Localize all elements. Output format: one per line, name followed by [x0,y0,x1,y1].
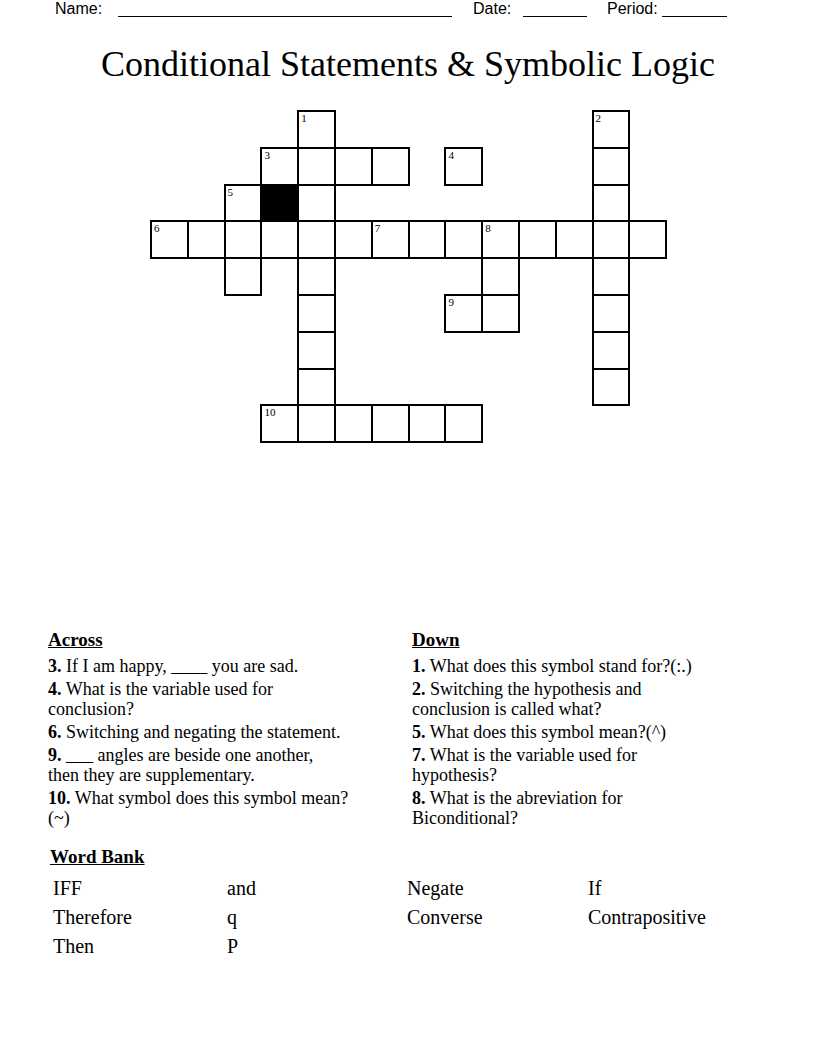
cell-number: 7 [375,223,381,234]
word-bank-item: Converse [407,903,483,932]
name-blank-line[interactable] [118,2,452,17]
down-section: Down 1. What does this symbol stand for?… [412,630,774,831]
grid-cell[interactable]: 8 [481,220,520,259]
grid-cell[interactable] [371,147,410,186]
down-clue: 7. What is the variable used forhypothes… [412,745,774,785]
grid-cell[interactable] [371,404,410,443]
grid-cell[interactable] [260,220,299,259]
down-clue: 2. Switching the hypothesis andconclusio… [412,679,774,719]
grid-cell[interactable] [297,404,336,443]
grid-cell[interactable]: 1 [297,110,336,149]
word-bank-item: and [227,874,256,903]
word-bank-item: Negate [407,874,483,903]
word-bank-heading: Word Bank [50,847,766,873]
clue-number: 4. [48,679,62,699]
clue-number: 1. [412,656,426,676]
across-clue: 4. What is the variable used forconclusi… [48,679,410,719]
clue-number: 10. [48,788,71,808]
word-bank-item: P [227,932,256,961]
grid-cell[interactable] [334,220,373,259]
grid-cell[interactable]: 7 [371,220,410,259]
down-heading: Down [412,630,774,656]
word-bank-item: Therefore [53,903,132,932]
page-title: Conditional Statements & Symbolic Logic [0,43,816,85]
name-label: Name: [55,1,102,17]
grid-cell[interactable]: 9 [444,294,483,333]
cell-number: 8 [485,223,491,234]
cell-number: 9 [448,297,454,308]
clue-number: 3. [48,656,62,676]
across-clue-line: 4. What is the variable used for [48,679,410,699]
cell-number: 4 [448,150,454,161]
cell-number: 2 [596,113,602,124]
grid-cell[interactable] [297,257,336,296]
across-clue-line: conclusion? [48,699,410,719]
grid-cell[interactable] [481,294,520,333]
grid-cell[interactable] [444,220,483,259]
grid-cell[interactable] [187,220,226,259]
grid-cell[interactable] [592,184,631,223]
grid-cell[interactable] [297,184,336,223]
grid-cell[interactable]: 4 [444,147,483,186]
grid-cell[interactable] [592,257,631,296]
grid-cell[interactable] [297,147,336,186]
grid-cell[interactable] [481,257,520,296]
across-clue-line: (~) [48,808,410,828]
across-heading: Across [48,630,410,656]
grid-cell[interactable]: 10 [260,404,299,443]
grid-cell[interactable] [334,147,373,186]
down-clue-line: 8. What is the abreviation for [412,788,774,808]
down-clue-list: 1. What does this symbol stand for?(:.)2… [412,656,774,828]
down-clue: 5. What does this symbol mean?(^) [412,722,774,742]
grid-cell[interactable] [628,220,667,259]
grid-cell[interactable] [408,220,447,259]
word-bank-column: IfContrapositive [588,874,706,932]
cell-number: 5 [228,187,234,198]
across-clue-line: 10. What symbol does this symbol mean? [48,788,410,808]
cell-number: 1 [301,113,307,124]
across-clue-line: 3. If I am happy, ____ you are sad. [48,656,410,676]
grid-cell[interactable] [555,220,594,259]
cell-number: 10 [264,407,275,418]
word-bank-column: IFFThereforeThen [53,874,132,961]
across-section: Across 3. If I am happy, ____ you are sa… [48,630,410,831]
clue-number: 7. [412,745,426,765]
across-clue: 3. If I am happy, ____ you are sad. [48,656,410,676]
down-clue-line: 2. Switching the hypothesis and [412,679,774,699]
date-blank-line[interactable] [523,2,587,17]
clue-number: 6. [48,722,62,742]
grid-cell[interactable] [592,331,631,370]
grid-cell[interactable] [592,368,631,407]
word-bank-item: Then [53,932,132,961]
grid-cell[interactable]: 3 [260,147,299,186]
grid-cell[interactable] [297,220,336,259]
down-clue-line: Biconditional? [412,808,774,828]
across-clue-line: then they are supplementary. [48,765,410,785]
down-clue-line: conclusion is called what? [412,699,774,719]
across-clue-line: 9. ___ angles are beside one another, [48,745,410,765]
down-clue-line: 1. What does this symbol stand for?(:.) [412,656,774,676]
across-clue-list: 3. If I am happy, ____ you are sad.4. Wh… [48,656,410,828]
across-clue-line: 6. Switching and negating the statement. [48,722,410,742]
across-clue: 10. What symbol does this symbol mean?(~… [48,788,410,828]
grid-cell[interactable] [592,294,631,333]
clue-number: 5. [412,722,426,742]
across-clue: 6. Switching and negating the statement. [48,722,410,742]
grid-cell[interactable]: 2 [592,110,631,149]
grid-cell[interactable] [444,404,483,443]
grid-cell[interactable] [408,404,447,443]
grid-cell[interactable] [334,404,373,443]
clue-number: 8. [412,788,426,808]
grid-cell[interactable] [518,220,557,259]
down-clue: 8. What is the abreviation forBiconditio… [412,788,774,828]
down-clue-line: 5. What does this symbol mean?(^) [412,722,774,742]
crossword-grid: 12345678910 [150,110,668,445]
period-label: Period: [607,1,658,17]
grid-cell[interactable] [297,294,336,333]
clue-number: 2. [412,679,426,699]
word-bank-column: NegateConverse [407,874,483,932]
word-bank-item: q [227,903,256,932]
down-clue-line: hypothesis? [412,765,774,785]
word-bank-section: Word Bank IFFThereforeThenandqPNegateCon… [50,847,766,967]
word-bank-item: Contrapositive [588,903,706,932]
down-clue: 1. What does this symbol stand for?(:.) [412,656,774,676]
grid-cell[interactable] [224,220,263,259]
word-bank-item: If [588,874,706,903]
word-bank-item: IFF [53,874,132,903]
grid-cell[interactable] [224,257,263,296]
date-label: Date: [473,1,511,17]
grid-cell[interactable] [297,331,336,370]
word-bank-column: andqP [227,874,256,961]
grid-cell[interactable]: 6 [150,220,189,259]
grid-cell[interactable] [297,368,336,407]
cell-number: 6 [154,223,160,234]
grid-cell[interactable] [592,220,631,259]
worksheet-page: Name: Date: Period: Conditional Statemen… [0,0,816,1056]
grid-cell[interactable] [592,147,631,186]
cell-number: 3 [264,150,270,161]
black-cell [260,184,299,223]
across-clue: 9. ___ angles are beside one another,the… [48,745,410,785]
down-clue-line: 7. What is the variable used for [412,745,774,765]
period-blank-line[interactable] [662,2,727,17]
clue-number: 9. [48,745,62,765]
grid-cell[interactable]: 5 [224,184,263,223]
